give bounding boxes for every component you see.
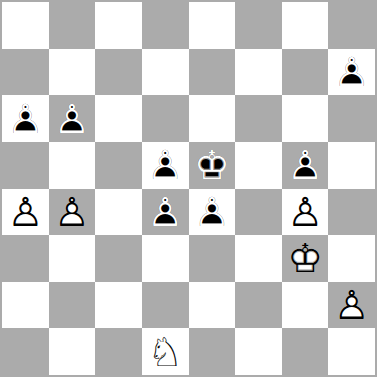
square-g3[interactable]: ♚♔ [282,235,329,282]
square-e4[interactable]: ♟♙ [189,189,236,236]
chess-board-wrapper: ♟♙♟♙♟♙♟♙♚♔♟♙♟♙♟♙♟♙♟♙♟♙♚♔♟♙♞♘ [0,0,377,377]
white-pawn-outline-glyph: ♙ [49,189,96,236]
square-b4[interactable]: ♟♙ [49,189,96,236]
black-pawn-outline-glyph: ♙ [2,95,49,142]
square-c6[interactable] [95,95,142,142]
square-d2[interactable] [142,282,189,329]
square-d4[interactable]: ♟♙ [142,189,189,236]
square-f4[interactable] [235,189,282,236]
square-d3[interactable] [142,235,189,282]
white-king-outline-glyph: ♔ [282,235,329,282]
black-pawn-outline-glyph: ♙ [49,95,96,142]
black-pawn-outline-glyph: ♙ [282,142,329,189]
square-a8[interactable] [2,2,49,49]
black-king-outline-glyph: ♔ [189,142,236,189]
square-d8[interactable] [142,2,189,49]
white-knight-outline-glyph: ♘ [142,328,189,375]
square-a4[interactable]: ♟♙ [2,189,49,236]
square-h2[interactable]: ♟♙ [328,282,375,329]
square-f8[interactable] [235,2,282,49]
white-pawn-outline-glyph: ♙ [282,189,329,236]
square-h6[interactable] [328,95,375,142]
square-g1[interactable] [282,328,329,375]
square-f1[interactable] [235,328,282,375]
square-g5[interactable]: ♟♙ [282,142,329,189]
square-g6[interactable] [282,95,329,142]
black-pawn-outline-glyph: ♙ [328,49,375,96]
square-a6[interactable]: ♟♙ [2,95,49,142]
piece-white-pawn-a4[interactable]: ♟♙ [2,189,49,236]
square-g4[interactable]: ♟♙ [282,189,329,236]
square-h8[interactable] [328,2,375,49]
square-g2[interactable] [282,282,329,329]
square-a5[interactable] [2,142,49,189]
square-d1[interactable]: ♞♘ [142,328,189,375]
piece-white-king-g3[interactable]: ♚♔ [282,235,329,282]
square-c5[interactable] [95,142,142,189]
square-e6[interactable] [189,95,236,142]
square-c1[interactable] [95,328,142,375]
chess-board: ♟♙♟♙♟♙♟♙♚♔♟♙♟♙♟♙♟♙♟♙♟♙♚♔♟♙♞♘ [0,0,377,377]
square-a3[interactable] [2,235,49,282]
piece-white-pawn-g4[interactable]: ♟♙ [282,189,329,236]
square-a1[interactable] [2,328,49,375]
black-pawn-outline-glyph: ♙ [142,142,189,189]
square-h3[interactable] [328,235,375,282]
square-g7[interactable] [282,49,329,96]
square-f3[interactable] [235,235,282,282]
piece-black-pawn-h7[interactable]: ♟♙ [328,49,375,96]
piece-white-knight-d1[interactable]: ♞♘ [142,328,189,375]
square-g8[interactable] [282,2,329,49]
square-c4[interactable] [95,189,142,236]
square-c7[interactable] [95,49,142,96]
square-h4[interactable] [328,189,375,236]
square-b3[interactable] [49,235,96,282]
square-c3[interactable] [95,235,142,282]
piece-black-pawn-a6[interactable]: ♟♙ [2,95,49,142]
square-c2[interactable] [95,282,142,329]
square-f2[interactable] [235,282,282,329]
white-pawn-outline-glyph: ♙ [2,189,49,236]
square-f5[interactable] [235,142,282,189]
square-d7[interactable] [142,49,189,96]
black-pawn-outline-glyph: ♙ [189,189,236,236]
white-pawn-outline-glyph: ♙ [328,282,375,329]
square-e2[interactable] [189,282,236,329]
square-e3[interactable] [189,235,236,282]
square-b5[interactable] [49,142,96,189]
square-f6[interactable] [235,95,282,142]
square-a7[interactable] [2,49,49,96]
square-h1[interactable] [328,328,375,375]
piece-black-king-e5[interactable]: ♚♔ [189,142,236,189]
piece-white-pawn-b4[interactable]: ♟♙ [49,189,96,236]
piece-black-pawn-b6[interactable]: ♟♙ [49,95,96,142]
square-b2[interactable] [49,282,96,329]
black-pawn-outline-glyph: ♙ [142,189,189,236]
square-e5[interactable]: ♚♔ [189,142,236,189]
piece-white-pawn-h2[interactable]: ♟♙ [328,282,375,329]
square-b1[interactable] [49,328,96,375]
square-e1[interactable] [189,328,236,375]
square-f7[interactable] [235,49,282,96]
square-e7[interactable] [189,49,236,96]
square-d5[interactable]: ♟♙ [142,142,189,189]
square-c8[interactable] [95,2,142,49]
square-b7[interactable] [49,49,96,96]
square-d6[interactable] [142,95,189,142]
piece-black-pawn-e4[interactable]: ♟♙ [189,189,236,236]
square-h7[interactable]: ♟♙ [328,49,375,96]
square-a2[interactable] [2,282,49,329]
square-e8[interactable] [189,2,236,49]
piece-black-pawn-d5[interactable]: ♟♙ [142,142,189,189]
square-b8[interactable] [49,2,96,49]
piece-black-pawn-d4[interactable]: ♟♙ [142,189,189,236]
square-b6[interactable]: ♟♙ [49,95,96,142]
square-h5[interactable] [328,142,375,189]
piece-black-pawn-g5[interactable]: ♟♙ [282,142,329,189]
